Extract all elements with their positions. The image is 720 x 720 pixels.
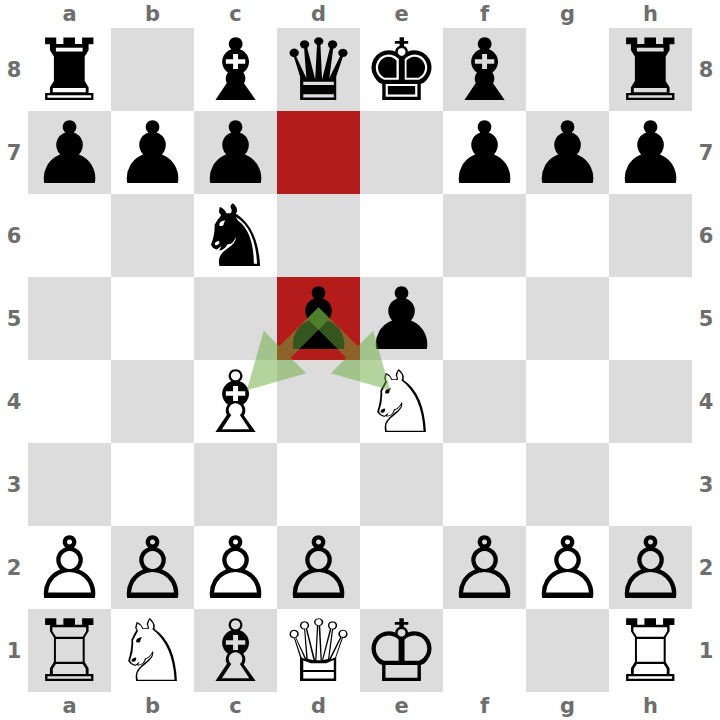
piece-white-pawn-f2[interactable]: ♙ <box>446 527 523 610</box>
square-b5[interactable] <box>111 277 194 360</box>
square-e6[interactable] <box>360 194 443 277</box>
piece-white-pawn-c2[interactable]: ♙ <box>197 527 274 610</box>
file-labels-top: abcdefgh <box>28 0 692 28</box>
rank-label-6: 6 <box>0 194 28 277</box>
piece-black-knight-c6[interactable]: ♞ <box>197 195 274 278</box>
square-e7[interactable] <box>360 111 443 194</box>
square-c3[interactable] <box>194 443 277 526</box>
piece-white-pawn-g2[interactable]: ♙ <box>529 527 606 610</box>
square-e3[interactable] <box>360 443 443 526</box>
piece-white-pawn-b2[interactable]: ♙ <box>114 527 191 610</box>
piece-white-pawn-h2[interactable]: ♙ <box>612 527 689 610</box>
square-e2[interactable] <box>360 526 443 609</box>
file-label-b: b <box>111 0 194 28</box>
rank-label-1: 1 <box>692 609 720 692</box>
chessboard-app: abcdefgh abcdefgh 87654321 87654321 ♜♝♛♚… <box>0 0 720 720</box>
square-c1[interactable]: ♗ <box>194 609 277 692</box>
piece-white-bishop-c4[interactable]: ♗ <box>197 361 274 444</box>
square-g4[interactable] <box>526 360 609 443</box>
rank-label-5: 5 <box>0 277 28 360</box>
square-b6[interactable] <box>111 194 194 277</box>
square-a3[interactable] <box>28 443 111 526</box>
piece-white-bishop-c1[interactable]: ♗ <box>197 610 274 693</box>
square-h3[interactable] <box>609 443 692 526</box>
piece-white-knight-e4[interactable]: ♘ <box>363 361 440 444</box>
piece-white-pawn-a2[interactable]: ♙ <box>31 527 108 610</box>
rank-labels-right: 87654321 <box>692 28 720 692</box>
square-f5[interactable] <box>443 277 526 360</box>
square-c8[interactable]: ♝ <box>194 28 277 111</box>
square-d2[interactable]: ♙ <box>277 526 360 609</box>
square-d4[interactable] <box>277 360 360 443</box>
square-g2[interactable]: ♙ <box>526 526 609 609</box>
piece-black-bishop-f8[interactable]: ♝ <box>446 29 523 112</box>
piece-black-pawn-g7[interactable]: ♟ <box>529 112 606 195</box>
square-f1[interactable] <box>443 609 526 692</box>
square-h1[interactable]: ♖ <box>609 609 692 692</box>
square-h5[interactable] <box>609 277 692 360</box>
square-d5[interactable]: ♟ <box>277 277 360 360</box>
square-g6[interactable] <box>526 194 609 277</box>
file-label-g: g <box>526 0 609 28</box>
square-a5[interactable] <box>28 277 111 360</box>
piece-black-bishop-c8[interactable]: ♝ <box>197 29 274 112</box>
square-c7[interactable]: ♟ <box>194 111 277 194</box>
rank-label-7: 7 <box>692 111 720 194</box>
square-e4[interactable]: ♘ <box>360 360 443 443</box>
square-c2[interactable]: ♙ <box>194 526 277 609</box>
file-label-g: g <box>526 692 609 720</box>
piece-black-queen-d8[interactable]: ♛ <box>280 29 357 112</box>
square-f2[interactable]: ♙ <box>443 526 526 609</box>
square-d3[interactable] <box>277 443 360 526</box>
square-a2[interactable]: ♙ <box>28 526 111 609</box>
piece-black-king-e8[interactable]: ♚ <box>363 29 440 112</box>
piece-black-pawn-e5[interactable]: ♟ <box>363 278 440 361</box>
square-g7[interactable]: ♟ <box>526 111 609 194</box>
piece-white-queen-d1[interactable]: ♕ <box>280 610 357 693</box>
square-c4[interactable]: ♗ <box>194 360 277 443</box>
square-a4[interactable] <box>28 360 111 443</box>
rank-label-4: 4 <box>692 360 720 443</box>
piece-black-pawn-f7[interactable]: ♟ <box>446 112 523 195</box>
rank-label-8: 8 <box>0 28 28 111</box>
square-h8[interactable]: ♜ <box>609 28 692 111</box>
square-a6[interactable] <box>28 194 111 277</box>
rank-label-3: 3 <box>692 443 720 526</box>
square-e1[interactable]: ♔ <box>360 609 443 692</box>
square-b3[interactable] <box>111 443 194 526</box>
square-g8[interactable] <box>526 28 609 111</box>
piece-black-pawn-c7[interactable]: ♟ <box>197 112 274 195</box>
square-g3[interactable] <box>526 443 609 526</box>
square-d8[interactable]: ♛ <box>277 28 360 111</box>
square-e5[interactable]: ♟ <box>360 277 443 360</box>
square-a1[interactable]: ♖ <box>28 609 111 692</box>
square-h7[interactable]: ♟ <box>609 111 692 194</box>
rank-label-2: 2 <box>0 526 28 609</box>
square-e8[interactable]: ♚ <box>360 28 443 111</box>
piece-black-rook-a8[interactable]: ♜ <box>31 29 108 112</box>
square-a7[interactable]: ♟ <box>28 111 111 194</box>
rank-label-3: 3 <box>0 443 28 526</box>
square-a8[interactable]: ♜ <box>28 28 111 111</box>
square-b8[interactable] <box>111 28 194 111</box>
square-f8[interactable]: ♝ <box>443 28 526 111</box>
piece-white-king-e1[interactable]: ♔ <box>363 610 440 693</box>
square-h4[interactable] <box>609 360 692 443</box>
piece-white-knight-b1[interactable]: ♘ <box>114 610 191 693</box>
piece-black-pawn-d5[interactable]: ♟ <box>280 278 357 361</box>
rank-label-7: 7 <box>0 111 28 194</box>
file-label-f: f <box>443 692 526 720</box>
square-d6[interactable] <box>277 194 360 277</box>
square-b1[interactable]: ♘ <box>111 609 194 692</box>
piece-black-rook-h8[interactable]: ♜ <box>612 29 689 112</box>
square-h6[interactable] <box>609 194 692 277</box>
piece-black-pawn-h7[interactable]: ♟ <box>612 112 689 195</box>
square-f6[interactable] <box>443 194 526 277</box>
rank-labels-left: 87654321 <box>0 28 28 692</box>
square-g5[interactable] <box>526 277 609 360</box>
square-h2[interactable]: ♙ <box>609 526 692 609</box>
rank-label-6: 6 <box>692 194 720 277</box>
square-c6[interactable]: ♞ <box>194 194 277 277</box>
square-f4[interactable] <box>443 360 526 443</box>
piece-white-rook-h1[interactable]: ♖ <box>612 610 689 693</box>
rank-label-4: 4 <box>0 360 28 443</box>
square-d7[interactable] <box>277 111 360 194</box>
rank-label-8: 8 <box>692 28 720 111</box>
square-b2[interactable]: ♙ <box>111 526 194 609</box>
square-c5[interactable] <box>194 277 277 360</box>
square-f7[interactable]: ♟ <box>443 111 526 194</box>
rank-label-5: 5 <box>692 277 720 360</box>
square-g1[interactable] <box>526 609 609 692</box>
piece-white-pawn-d2[interactable]: ♙ <box>280 527 357 610</box>
square-b7[interactable]: ♟ <box>111 111 194 194</box>
piece-black-pawn-a7[interactable]: ♟ <box>31 112 108 195</box>
rank-label-2: 2 <box>692 526 720 609</box>
rank-label-1: 1 <box>0 609 28 692</box>
piece-black-pawn-b7[interactable]: ♟ <box>114 112 191 195</box>
square-b4[interactable] <box>111 360 194 443</box>
square-f3[interactable] <box>443 443 526 526</box>
chess-board: ♜♝♛♚♝♜♟♟♟♟♟♟♞♟♟♗♘♙♙♙♙♙♙♙♖♘♗♕♔♖ <box>28 28 692 692</box>
square-d1[interactable]: ♕ <box>277 609 360 692</box>
piece-white-rook-a1[interactable]: ♖ <box>31 610 108 693</box>
